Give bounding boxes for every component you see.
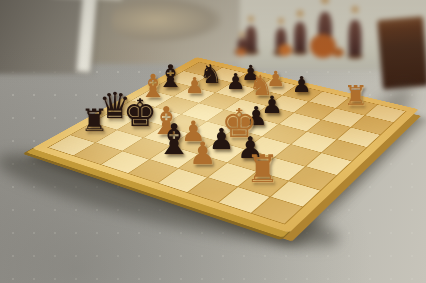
black-rook-b8[interactable]: ♜	[80, 105, 108, 136]
white-rook-h2[interactable]: ♜	[344, 82, 368, 109]
piece-layer: ♜♛♚♝♝♞♟♟♟♟♟♟♟♚♜♜♞♝♝♟♟♟♟	[0, 0, 426, 283]
white-pawn-b4[interactable]: ♟	[189, 137, 217, 168]
black-pawn-g6[interactable]: ♟	[226, 71, 246, 93]
white-rook-b2[interactable]: ♜	[246, 149, 280, 187]
black-bishop-b5[interactable]: ♝	[155, 119, 193, 161]
white-pawn-f7[interactable]: ♟	[185, 75, 205, 97]
black-pawn-h4[interactable]: ♟	[292, 73, 312, 95]
